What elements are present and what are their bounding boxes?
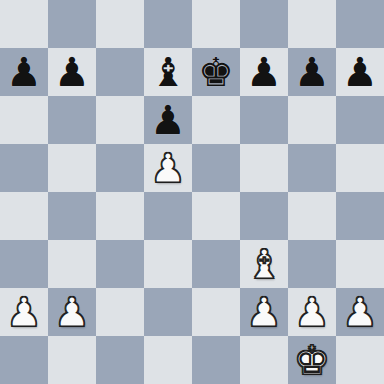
white-pawn[interactable]: ♟ bbox=[6, 288, 42, 336]
square-a1[interactable] bbox=[0, 336, 48, 384]
square-e1[interactable] bbox=[192, 336, 240, 384]
black-king[interactable]: ♚ bbox=[198, 48, 234, 96]
square-f6[interactable] bbox=[240, 96, 288, 144]
square-f1[interactable] bbox=[240, 336, 288, 384]
square-e5[interactable] bbox=[192, 144, 240, 192]
square-b4[interactable] bbox=[48, 192, 96, 240]
square-e6[interactable] bbox=[192, 96, 240, 144]
square-b6[interactable] bbox=[48, 96, 96, 144]
white-pawn[interactable]: ♟ bbox=[246, 288, 282, 336]
black-pawn[interactable]: ♟ bbox=[150, 96, 186, 144]
square-d2[interactable] bbox=[144, 288, 192, 336]
square-g4[interactable] bbox=[288, 192, 336, 240]
square-e3[interactable] bbox=[192, 240, 240, 288]
square-c7[interactable] bbox=[96, 48, 144, 96]
square-h4[interactable] bbox=[336, 192, 384, 240]
square-d6[interactable]: ♟ bbox=[144, 96, 192, 144]
white-bishop[interactable]: ♝ bbox=[246, 240, 282, 288]
square-c6[interactable] bbox=[96, 96, 144, 144]
black-pawn[interactable]: ♟ bbox=[6, 48, 42, 96]
square-b1[interactable] bbox=[48, 336, 96, 384]
white-pawn[interactable]: ♟ bbox=[294, 288, 330, 336]
square-f2[interactable]: ♟ bbox=[240, 288, 288, 336]
square-h2[interactable]: ♟ bbox=[336, 288, 384, 336]
square-h8[interactable] bbox=[336, 0, 384, 48]
square-f5[interactable] bbox=[240, 144, 288, 192]
square-g3[interactable] bbox=[288, 240, 336, 288]
white-pawn[interactable]: ♟ bbox=[150, 144, 186, 192]
square-a3[interactable] bbox=[0, 240, 48, 288]
black-pawn[interactable]: ♟ bbox=[342, 48, 378, 96]
white-pawn[interactable]: ♟ bbox=[342, 288, 378, 336]
square-d1[interactable] bbox=[144, 336, 192, 384]
square-c8[interactable] bbox=[96, 0, 144, 48]
square-e2[interactable] bbox=[192, 288, 240, 336]
black-pawn[interactable]: ♟ bbox=[246, 48, 282, 96]
square-a6[interactable] bbox=[0, 96, 48, 144]
white-pawn[interactable]: ♟ bbox=[54, 288, 90, 336]
square-d4[interactable] bbox=[144, 192, 192, 240]
square-g5[interactable] bbox=[288, 144, 336, 192]
black-bishop[interactable]: ♝ bbox=[150, 48, 186, 96]
square-e4[interactable] bbox=[192, 192, 240, 240]
square-c5[interactable] bbox=[96, 144, 144, 192]
square-f8[interactable] bbox=[240, 0, 288, 48]
square-b8[interactable] bbox=[48, 0, 96, 48]
square-h3[interactable] bbox=[336, 240, 384, 288]
square-a5[interactable] bbox=[0, 144, 48, 192]
square-g7[interactable]: ♟ bbox=[288, 48, 336, 96]
square-g1[interactable]: ♚ bbox=[288, 336, 336, 384]
square-d5[interactable]: ♟ bbox=[144, 144, 192, 192]
square-f4[interactable] bbox=[240, 192, 288, 240]
square-h6[interactable] bbox=[336, 96, 384, 144]
square-e7[interactable]: ♚ bbox=[192, 48, 240, 96]
square-g8[interactable] bbox=[288, 0, 336, 48]
square-e8[interactable] bbox=[192, 0, 240, 48]
square-c4[interactable] bbox=[96, 192, 144, 240]
black-pawn[interactable]: ♟ bbox=[54, 48, 90, 96]
square-a8[interactable] bbox=[0, 0, 48, 48]
square-h1[interactable] bbox=[336, 336, 384, 384]
square-c3[interactable] bbox=[96, 240, 144, 288]
square-d8[interactable] bbox=[144, 0, 192, 48]
square-a2[interactable]: ♟ bbox=[0, 288, 48, 336]
square-f7[interactable]: ♟ bbox=[240, 48, 288, 96]
square-h7[interactable]: ♟ bbox=[336, 48, 384, 96]
square-g6[interactable] bbox=[288, 96, 336, 144]
square-d7[interactable]: ♝ bbox=[144, 48, 192, 96]
square-d3[interactable] bbox=[144, 240, 192, 288]
white-king[interactable]: ♚ bbox=[294, 336, 330, 384]
square-b5[interactable] bbox=[48, 144, 96, 192]
square-c1[interactable] bbox=[96, 336, 144, 384]
square-f3[interactable]: ♝ bbox=[240, 240, 288, 288]
square-b3[interactable] bbox=[48, 240, 96, 288]
chess-board: ♟♟♝♚♟♟♟♟♟♝♟♟♟♟♟♚ bbox=[0, 0, 384, 384]
square-b2[interactable]: ♟ bbox=[48, 288, 96, 336]
square-g2[interactable]: ♟ bbox=[288, 288, 336, 336]
square-c2[interactable] bbox=[96, 288, 144, 336]
square-h5[interactable] bbox=[336, 144, 384, 192]
square-b7[interactable]: ♟ bbox=[48, 48, 96, 96]
square-a7[interactable]: ♟ bbox=[0, 48, 48, 96]
square-a4[interactable] bbox=[0, 192, 48, 240]
black-pawn[interactable]: ♟ bbox=[294, 48, 330, 96]
